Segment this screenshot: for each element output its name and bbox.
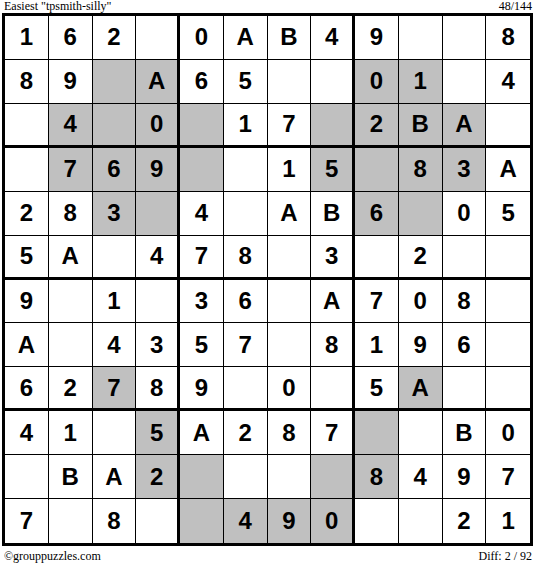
cell-r6c8-given-3: 3 — [311, 236, 355, 280]
cell-r12c11-given-2: 2 — [443, 499, 487, 543]
cell-r4c3-given-6: 6 — [93, 148, 137, 192]
cell-r1c10-empty[interactable] — [399, 16, 443, 60]
cell-r6c5-given-7: 7 — [180, 236, 224, 280]
cell-r10c2-given-1: 1 — [49, 411, 93, 455]
cell-r11c8-empty[interactable] — [311, 455, 355, 499]
cell-r8c1-given-A: A — [5, 323, 49, 367]
cell-r4c7-given-1: 1 — [268, 148, 312, 192]
cell-r6c12-empty[interactable] — [486, 236, 530, 280]
cell-r3c11-given-A: A — [443, 104, 487, 148]
cell-r1c3-given-2: 2 — [93, 16, 137, 60]
cell-r11c10-given-4: 4 — [399, 455, 443, 499]
cell-r12c3-given-8: 8 — [93, 499, 137, 543]
cell-r11c3-given-A: A — [93, 455, 137, 499]
cell-r5c10-empty[interactable] — [399, 192, 443, 236]
puzzle-counter: 48/144 — [499, 0, 532, 12]
cell-r1c12-given-8: 8 — [486, 16, 530, 60]
cell-r6c6-given-8: 8 — [224, 236, 268, 280]
cell-r3c10-given-B: B — [399, 104, 443, 148]
cell-r1c9-given-9: 9 — [355, 16, 399, 60]
cell-r3c5-empty[interactable] — [180, 104, 224, 148]
cell-r4c6-empty[interactable] — [224, 148, 268, 192]
copyright-text: ©grouppuzzles.com — [4, 549, 101, 564]
cell-r6c3-empty[interactable] — [93, 236, 137, 280]
cell-r3c3-empty[interactable] — [93, 104, 137, 148]
cell-r8c10-given-9: 9 — [399, 323, 443, 367]
cell-r2c4-given-A: A — [136, 60, 180, 104]
cell-r9c2-given-2: 2 — [49, 367, 93, 411]
cell-r12c4-empty[interactable] — [136, 499, 180, 543]
cell-r6c7-empty[interactable] — [268, 236, 312, 280]
cell-r8c9-given-1: 1 — [355, 323, 399, 367]
cell-r7c7-empty[interactable] — [268, 280, 312, 324]
cell-r9c9-given-5: 5 — [355, 367, 399, 411]
difficulty-text: Diff: 2 / 92 — [479, 549, 532, 564]
cell-r5c12-given-5: 5 — [486, 192, 530, 236]
cell-r7c9-given-7: 7 — [355, 280, 399, 324]
cell-r5c1-given-2: 2 — [5, 192, 49, 236]
sudoku-board: 1620AB49889A6501440172BA7691583A2834AB60… — [2, 13, 533, 546]
cell-r10c1-given-4: 4 — [5, 411, 49, 455]
cell-r9c3-given-7: 7 — [93, 367, 137, 411]
cell-r10c4-given-5: 5 — [136, 411, 180, 455]
cell-r5c7-given-A: A — [268, 192, 312, 236]
cell-r2c11-empty[interactable] — [443, 60, 487, 104]
cell-r12c10-empty[interactable] — [399, 499, 443, 543]
cell-r12c6-given-4: 4 — [224, 499, 268, 543]
cell-r4c2-given-7: 7 — [49, 148, 93, 192]
cell-r8c12-empty[interactable] — [486, 323, 530, 367]
cell-r11c6-empty[interactable] — [224, 455, 268, 499]
cell-r10c11-given-B: B — [443, 411, 487, 455]
cell-r6c10-given-2: 2 — [399, 236, 443, 280]
cell-r7c10-given-0: 0 — [399, 280, 443, 324]
cell-r3c7-given-7: 7 — [268, 104, 312, 148]
cell-r8c5-given-5: 5 — [180, 323, 224, 367]
cell-r2c1-given-8: 8 — [5, 60, 49, 104]
cell-r6c4-given-4: 4 — [136, 236, 180, 280]
cell-r12c5-empty[interactable] — [180, 499, 224, 543]
cell-r4c1-empty[interactable] — [5, 148, 49, 192]
cell-r12c7-given-9: 9 — [268, 499, 312, 543]
cell-r9c10-given-A: A — [399, 367, 443, 411]
cell-r2c8-empty[interactable] — [311, 60, 355, 104]
cell-r9c5-given-9: 9 — [180, 367, 224, 411]
cell-r2c6-given-5: 5 — [224, 60, 268, 104]
cell-r10c6-given-2: 2 — [224, 411, 268, 455]
cell-r6c11-empty[interactable] — [443, 236, 487, 280]
cell-r5c8-given-B: B — [311, 192, 355, 236]
cell-r2c3-empty[interactable] — [93, 60, 137, 104]
cell-r11c5-empty[interactable] — [180, 455, 224, 499]
cell-r8c11-given-6: 6 — [443, 323, 487, 367]
cell-r5c4-empty[interactable] — [136, 192, 180, 236]
cell-r10c3-empty[interactable] — [93, 411, 137, 455]
cell-r2c2-given-9: 9 — [49, 60, 93, 104]
cell-r7c2-empty[interactable] — [49, 280, 93, 324]
cell-r11c1-empty[interactable] — [5, 455, 49, 499]
cell-r2c5-given-6: 6 — [180, 60, 224, 104]
cell-r11c4-given-2: 2 — [136, 455, 180, 499]
cell-r3c4-given-0: 0 — [136, 104, 180, 148]
cell-r2c12-given-4: 4 — [486, 60, 530, 104]
cell-r3c9-given-2: 2 — [355, 104, 399, 148]
cell-r3c8-empty[interactable] — [311, 104, 355, 148]
cell-r4c8-given-5: 5 — [311, 148, 355, 192]
cell-r11c11-given-9: 9 — [443, 455, 487, 499]
puzzle-title: Easiest "tpsmith-silly" — [4, 0, 111, 12]
cell-r3c1-empty[interactable] — [5, 104, 49, 148]
cell-r7c11-given-8: 8 — [443, 280, 487, 324]
cell-r9c7-given-0: 0 — [268, 367, 312, 411]
cell-r12c12-given-1: 1 — [486, 499, 530, 543]
cell-r7c1-given-9: 9 — [5, 280, 49, 324]
cell-r5c9-given-6: 6 — [355, 192, 399, 236]
cell-r8c6-given-7: 7 — [224, 323, 268, 367]
cell-r5c6-empty[interactable] — [224, 192, 268, 236]
cell-r9c6-empty[interactable] — [224, 367, 268, 411]
cell-r7c12-empty[interactable] — [486, 280, 530, 324]
cell-r7c4-empty[interactable] — [136, 280, 180, 324]
cell-r9c11-empty[interactable] — [443, 367, 487, 411]
cell-r8c3-given-4: 4 — [93, 323, 137, 367]
cell-r10c9-empty[interactable] — [355, 411, 399, 455]
cell-r4c5-empty[interactable] — [180, 148, 224, 192]
cell-r11c9-given-8: 8 — [355, 455, 399, 499]
cell-r8c4-given-3: 3 — [136, 323, 180, 367]
cell-r10c10-empty[interactable] — [399, 411, 443, 455]
cell-r5c3-given-3: 3 — [93, 192, 137, 236]
cell-r1c1-given-1: 1 — [5, 16, 49, 60]
cell-r9c1-given-6: 6 — [5, 367, 49, 411]
page-footer: ©grouppuzzles.com Diff: 2 / 92 — [0, 546, 535, 566]
cell-r7c6-given-6: 6 — [224, 280, 268, 324]
cell-r1c11-empty[interactable] — [443, 16, 487, 60]
cell-r3c12-empty[interactable] — [486, 104, 530, 148]
cell-r7c5-given-3: 3 — [180, 280, 224, 324]
cell-r2c7-empty[interactable] — [268, 60, 312, 104]
cell-r7c8-given-A: A — [311, 280, 355, 324]
cell-r6c1-given-5: 5 — [5, 236, 49, 280]
cell-r9c4-given-8: 8 — [136, 367, 180, 411]
cell-r6c2-given-A: A — [49, 236, 93, 280]
cell-r1c2-given-6: 6 — [49, 16, 93, 60]
cell-r10c8-given-7: 7 — [311, 411, 355, 455]
cell-r4c12-given-A: A — [486, 148, 530, 192]
cell-r1c8-given-4: 4 — [311, 16, 355, 60]
cell-r12c1-given-7: 7 — [5, 499, 49, 543]
cell-r12c9-empty[interactable] — [355, 499, 399, 543]
cell-r6c9-empty[interactable] — [355, 236, 399, 280]
cell-r1c7-given-B: B — [268, 16, 312, 60]
cell-r10c12-given-0: 0 — [486, 411, 530, 455]
cell-r1c4-empty[interactable] — [136, 16, 180, 60]
cell-r8c7-empty[interactable] — [268, 323, 312, 367]
cell-r1c5-given-0: 0 — [180, 16, 224, 60]
cell-r11c2-given-B: B — [49, 455, 93, 499]
cell-r3c2-given-4: 4 — [49, 104, 93, 148]
cell-r9c12-empty[interactable] — [486, 367, 530, 411]
cell-r9c8-empty[interactable] — [311, 367, 355, 411]
cell-r5c11-given-0: 0 — [443, 192, 487, 236]
cell-r1c6-given-A: A — [224, 16, 268, 60]
cell-r4c11-given-3: 3 — [443, 148, 487, 192]
cell-r4c4-given-9: 9 — [136, 148, 180, 192]
cell-r5c5-given-4: 4 — [180, 192, 224, 236]
cell-r12c8-given-0: 0 — [311, 499, 355, 543]
cell-r11c7-empty[interactable] — [268, 455, 312, 499]
cell-r3c6-given-1: 1 — [224, 104, 268, 148]
cell-r4c10-given-8: 8 — [399, 148, 443, 192]
cell-r2c10-given-1: 1 — [399, 60, 443, 104]
cell-r4c9-empty[interactable] — [355, 148, 399, 192]
cell-r10c7-given-8: 8 — [268, 411, 312, 455]
cell-r8c2-empty[interactable] — [49, 323, 93, 367]
page-header: Easiest "tpsmith-silly" 48/144 — [0, 0, 535, 13]
cell-r11c12-given-7: 7 — [486, 455, 530, 499]
cell-r12c2-empty[interactable] — [49, 499, 93, 543]
cell-r7c3-given-1: 1 — [93, 280, 137, 324]
cell-r8c8-given-8: 8 — [311, 323, 355, 367]
cell-r10c5-given-A: A — [180, 411, 224, 455]
cell-r5c2-given-8: 8 — [49, 192, 93, 236]
cell-r2c9-given-0: 0 — [355, 60, 399, 104]
